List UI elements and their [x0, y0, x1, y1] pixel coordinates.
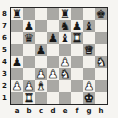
rank-label-4: 4 — [0, 56, 9, 68]
square-c3[interactable]: ♟ — [35, 68, 47, 80]
square-f4[interactable] — [71, 56, 83, 68]
square-d7[interactable] — [47, 20, 59, 32]
rank-label-2: 2 — [0, 80, 9, 92]
piece-white-bishop[interactable]: ♝ — [36, 80, 46, 92]
square-d6[interactable]: ♟ — [47, 32, 59, 44]
piece-white-pawn[interactable]: ♟ — [48, 68, 58, 80]
piece-white-pawn[interactable]: ♟ — [84, 80, 94, 92]
square-g1[interactable]: ♚ — [83, 92, 95, 104]
file-label-g: g — [83, 106, 95, 116]
piece-black-king[interactable]: ♚ — [96, 8, 106, 20]
chess-board: ♜♜♚♟♞♟♝♛♟♝♜♟♛♟♟♞♟♟♞♟♟♝♟♜♚ — [10, 7, 108, 105]
square-a1[interactable] — [11, 92, 23, 104]
square-e5[interactable] — [59, 44, 71, 56]
piece-black-knight[interactable]: ♞ — [60, 20, 70, 32]
square-e1[interactable] — [59, 92, 71, 104]
rank-label-8: 8 — [0, 8, 9, 20]
piece-black-pawn[interactable]: ♟ — [36, 44, 46, 56]
piece-white-pawn[interactable]: ♟ — [36, 68, 46, 80]
square-c6[interactable] — [35, 32, 47, 44]
rank-labels: 87654321 — [0, 8, 9, 104]
square-a2[interactable]: ♟ — [11, 80, 23, 92]
square-b5[interactable] — [23, 44, 35, 56]
square-d3[interactable]: ♟ — [47, 68, 59, 80]
square-h3[interactable] — [95, 68, 107, 80]
square-e3[interactable]: ♞ — [59, 68, 71, 80]
square-g7[interactable]: ♝ — [83, 20, 95, 32]
piece-white-pawn[interactable]: ♟ — [24, 80, 34, 92]
square-f2[interactable] — [71, 80, 83, 92]
square-d4[interactable] — [47, 56, 59, 68]
file-label-f: f — [71, 106, 83, 116]
square-b2[interactable]: ♟ — [23, 80, 35, 92]
square-f6[interactable]: ♜ — [71, 32, 83, 44]
square-h7[interactable] — [95, 20, 107, 32]
square-b1[interactable]: ♜ — [23, 92, 35, 104]
piece-white-knight[interactable]: ♞ — [96, 56, 106, 68]
piece-white-king[interactable]: ♚ — [84, 92, 94, 104]
square-f3[interactable] — [71, 68, 83, 80]
square-h2[interactable] — [95, 80, 107, 92]
square-c4[interactable] — [35, 56, 47, 68]
piece-white-rook[interactable]: ♜ — [72, 32, 82, 44]
rank-label-6: 6 — [0, 32, 9, 44]
square-d2[interactable] — [47, 80, 59, 92]
square-a7[interactable] — [11, 20, 23, 32]
piece-white-queen[interactable]: ♛ — [84, 44, 94, 56]
square-f1[interactable] — [71, 92, 83, 104]
square-b4[interactable] — [23, 56, 35, 68]
square-b3[interactable] — [23, 68, 35, 80]
square-c5[interactable]: ♟ — [35, 44, 47, 56]
piece-black-queen[interactable]: ♛ — [24, 32, 34, 44]
square-e2[interactable] — [59, 80, 71, 92]
square-g5[interactable]: ♛ — [83, 44, 95, 56]
square-e6[interactable]: ♝ — [59, 32, 71, 44]
square-h5[interactable] — [95, 44, 107, 56]
piece-white-pawn[interactable]: ♟ — [12, 80, 22, 92]
piece-black-rook[interactable]: ♜ — [60, 8, 70, 20]
square-f5[interactable] — [71, 44, 83, 56]
piece-black-pawn[interactable]: ♟ — [12, 56, 22, 68]
rank-label-5: 5 — [0, 44, 9, 56]
square-h4[interactable]: ♞ — [95, 56, 107, 68]
square-f8[interactable] — [71, 8, 83, 20]
square-d5[interactable] — [47, 44, 59, 56]
square-e8[interactable]: ♜ — [59, 8, 71, 20]
square-d1[interactable] — [47, 92, 59, 104]
piece-white-pawn[interactable]: ♟ — [60, 56, 70, 68]
square-a4[interactable]: ♟ — [11, 56, 23, 68]
square-e4[interactable]: ♟ — [59, 56, 71, 68]
square-f7[interactable]: ♟ — [71, 20, 83, 32]
file-label-h: h — [95, 106, 107, 116]
square-a8[interactable]: ♜ — [11, 8, 23, 20]
square-g8[interactable] — [83, 8, 95, 20]
square-c2[interactable]: ♝ — [35, 80, 47, 92]
square-a6[interactable] — [11, 32, 23, 44]
square-h1[interactable] — [95, 92, 107, 104]
square-b6[interactable]: ♛ — [23, 32, 35, 44]
file-label-a: a — [11, 106, 23, 116]
piece-white-rook[interactable]: ♜ — [24, 92, 34, 104]
square-h6[interactable] — [95, 32, 107, 44]
chess-diagram: 87654321 ♜♜♚♟♞♟♝♛♟♝♜♟♛♟♟♞♟♟♞♟♟♝♟♜♚ abcde… — [0, 0, 118, 118]
square-h8[interactable]: ♚ — [95, 8, 107, 20]
square-g2[interactable]: ♟ — [83, 80, 95, 92]
file-label-b: b — [23, 106, 35, 116]
piece-white-knight[interactable]: ♞ — [60, 68, 70, 80]
square-g4[interactable] — [83, 56, 95, 68]
piece-black-bishop[interactable]: ♝ — [60, 32, 70, 44]
rank-label-7: 7 — [0, 20, 9, 32]
square-e7[interactable]: ♞ — [59, 20, 71, 32]
square-b7[interactable]: ♟ — [23, 20, 35, 32]
square-g3[interactable] — [83, 68, 95, 80]
square-a3[interactable] — [11, 68, 23, 80]
rank-label-1: 1 — [0, 92, 9, 104]
piece-black-bishop[interactable]: ♝ — [84, 20, 94, 32]
square-c8[interactable] — [35, 8, 47, 20]
piece-black-rook[interactable]: ♜ — [12, 8, 22, 20]
piece-black-pawn[interactable]: ♟ — [72, 20, 82, 32]
square-b8[interactable] — [23, 8, 35, 20]
square-c7[interactable] — [35, 20, 47, 32]
file-label-c: c — [35, 106, 47, 116]
rank-label-3: 3 — [0, 68, 9, 80]
file-label-e: e — [59, 106, 71, 116]
file-labels: abcdefgh — [11, 106, 107, 116]
file-label-d: d — [47, 106, 59, 116]
piece-black-pawn[interactable]: ♟ — [24, 20, 34, 32]
piece-black-pawn[interactable]: ♟ — [48, 32, 58, 44]
square-g6[interactable] — [83, 32, 95, 44]
square-c1[interactable] — [35, 92, 47, 104]
square-d8[interactable] — [47, 8, 59, 20]
square-a5[interactable] — [11, 44, 23, 56]
